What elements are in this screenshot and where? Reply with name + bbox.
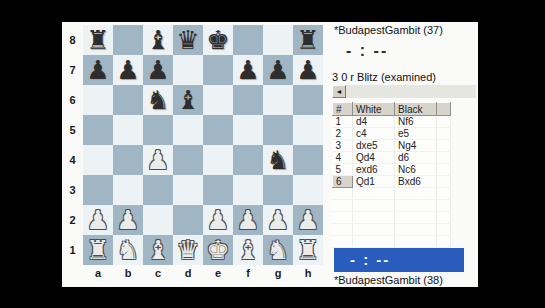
move-cell-empty — [395, 212, 437, 224]
file-label-f: f — [233, 265, 263, 284]
rank-label-1: 1 — [62, 235, 83, 265]
square-c5[interactable] — [143, 115, 173, 145]
file-label-e: e — [203, 265, 233, 284]
move-cell-empty — [437, 188, 451, 200]
square-g2[interactable]: ♟ — [263, 205, 293, 235]
square-b5[interactable] — [113, 115, 143, 145]
square-d8[interactable]: ♛ — [173, 25, 203, 55]
move-cell-empty — [333, 200, 353, 212]
move-cell-empty — [437, 212, 451, 224]
file-label-g: g — [263, 265, 293, 284]
move-row-6[interactable]: 6Qd1Bxd6 — [333, 176, 451, 188]
move-cell-extra — [437, 116, 451, 128]
move-cell-extra — [437, 128, 451, 140]
move-cell-empty — [333, 236, 353, 248]
move-cell-extra — [437, 140, 451, 152]
white-pawn: ♟ — [146, 145, 169, 175]
chess-app-window: 87654321 ♜♝♛♚♜♟♟♟♟♟♟♞♝♟♞♟♟♟♟♟♟♜♞♝♛♚♝♞♜ a… — [62, 22, 478, 287]
move-cell-black[interactable]: e5 — [395, 128, 437, 140]
square-h8[interactable]: ♜ — [293, 25, 323, 55]
black-pawn: ♟ — [236, 55, 259, 85]
file-label-h: h — [293, 265, 323, 284]
black-knight: ♞ — [146, 85, 169, 115]
game-title-bottom: *BudapestGambit (38) — [334, 274, 443, 286]
move-cell-black[interactable]: Bxd6 — [395, 176, 437, 188]
move-cell-empty — [395, 200, 437, 212]
black-pawn: ♟ — [146, 55, 169, 85]
square-g6[interactable] — [263, 85, 293, 115]
move-cell-white[interactable]: dxe5 — [353, 140, 395, 152]
black-pawn: ♟ — [86, 55, 109, 85]
move-cell-num[interactable]: 4 — [333, 152, 353, 164]
rank-label-2: 2 — [62, 205, 83, 235]
white-rook: ♜ — [86, 235, 109, 265]
move-cell-white[interactable]: exd6 — [353, 164, 395, 176]
square-d2[interactable] — [173, 205, 203, 235]
move-cell-white[interactable]: Qd4 — [353, 152, 395, 164]
rank-label-7: 7 — [62, 55, 83, 85]
move-cell-black[interactable]: Ng4 — [395, 140, 437, 152]
white-pawn: ♟ — [116, 205, 139, 235]
column-header-white[interactable]: White — [353, 103, 395, 116]
move-cell-white[interactable]: Qd1 — [353, 176, 395, 188]
move-scrollbar[interactable]: ◄ — [332, 85, 476, 98]
move-row-empty — [333, 188, 451, 200]
square-a7[interactable]: ♟ — [83, 55, 113, 85]
square-f3[interactable] — [233, 175, 263, 205]
move-cell-empty — [395, 236, 437, 248]
square-e6[interactable] — [203, 85, 233, 115]
move-cell-num[interactable]: 6 — [333, 176, 353, 188]
file-labels: abcdefgh — [83, 265, 323, 284]
move-row-empty — [333, 224, 451, 236]
video-frame: 87654321 ♜♝♛♚♜♟♟♟♟♟♟♞♝♟♞♟♟♟♟♟♟♜♞♝♛♚♝♞♜ a… — [0, 0, 545, 308]
square-c3[interactable] — [143, 175, 173, 205]
black-clock: - : -- — [346, 42, 388, 60]
square-b4[interactable] — [113, 145, 143, 175]
move-cell-empty — [333, 224, 353, 236]
black-pawn: ♟ — [266, 55, 289, 85]
file-label-b: b — [113, 265, 143, 284]
square-d1[interactable]: ♛ — [173, 235, 203, 265]
move-cell-black[interactable]: Nf6 — [395, 116, 437, 128]
move-cell-white[interactable]: d4 — [353, 116, 395, 128]
move-cell-white[interactable]: c4 — [353, 128, 395, 140]
white-queen: ♛ — [176, 235, 199, 265]
white-rook: ♜ — [296, 235, 319, 265]
black-rook: ♜ — [296, 25, 319, 55]
rank-label-5: 5 — [62, 115, 83, 145]
move-cell-empty — [395, 188, 437, 200]
move-cell-empty — [353, 188, 395, 200]
white-bishop: ♝ — [236, 235, 259, 265]
square-f6[interactable] — [233, 85, 263, 115]
square-g4[interactable]: ♞ — [263, 145, 293, 175]
square-b8[interactable] — [113, 25, 143, 55]
square-g7[interactable]: ♟ — [263, 55, 293, 85]
black-pawn: ♟ — [296, 55, 319, 85]
square-f4[interactable] — [233, 145, 263, 175]
move-row-empty — [333, 236, 451, 248]
square-f1[interactable]: ♝ — [233, 235, 263, 265]
square-a5[interactable] — [83, 115, 113, 145]
square-g5[interactable] — [263, 115, 293, 145]
square-d3[interactable] — [173, 175, 203, 205]
square-e2[interactable]: ♟ — [203, 205, 233, 235]
square-e8[interactable]: ♚ — [203, 25, 233, 55]
move-cell-empty — [437, 200, 451, 212]
move-cell-extra — [437, 152, 451, 164]
move-list-table: #WhiteBlack 1d4Nf62c4e53dxe5Ng44Qd4d65ex… — [332, 102, 451, 260]
rank-labels: 87654321 — [62, 25, 83, 265]
square-e5[interactable] — [203, 115, 233, 145]
move-cell-empty — [437, 224, 451, 236]
rank-label-4: 4 — [62, 145, 83, 175]
file-label-d: d — [173, 265, 203, 284]
square-f2[interactable]: ♟ — [233, 205, 263, 235]
column-header-extra — [437, 103, 451, 116]
white-knight: ♞ — [116, 235, 139, 265]
white-king: ♚ — [206, 235, 229, 265]
square-h2[interactable]: ♟ — [293, 205, 323, 235]
square-e7[interactable] — [203, 55, 233, 85]
square-h6[interactable] — [293, 85, 323, 115]
square-c6[interactable]: ♞ — [143, 85, 173, 115]
square-a6[interactable] — [83, 85, 113, 115]
square-b2[interactable]: ♟ — [113, 205, 143, 235]
square-d6[interactable]: ♝ — [173, 85, 203, 115]
square-b1[interactable]: ♞ — [113, 235, 143, 265]
square-a4[interactable] — [83, 145, 113, 175]
square-b6[interactable] — [113, 85, 143, 115]
square-f5[interactable] — [233, 115, 263, 145]
square-e1[interactable]: ♚ — [203, 235, 233, 265]
column-header-num[interactable]: # — [333, 103, 353, 116]
rank-label-3: 3 — [62, 175, 83, 205]
square-c7[interactable]: ♟ — [143, 55, 173, 85]
square-a1[interactable]: ♜ — [83, 235, 113, 265]
black-king: ♚ — [206, 25, 229, 55]
white-pawn: ♟ — [236, 205, 259, 235]
move-row-4[interactable]: 4Qd4d6 — [333, 152, 451, 164]
square-g3[interactable] — [263, 175, 293, 205]
move-row-5[interactable]: 5exd6Nc6 — [333, 164, 451, 176]
square-f8[interactable] — [233, 25, 263, 55]
black-queen: ♛ — [176, 25, 199, 55]
move-row-1[interactable]: 1d4Nf6 — [333, 116, 451, 128]
game-type-label: 3 0 r Blitz (examined) — [332, 71, 436, 83]
square-d5[interactable] — [173, 115, 203, 145]
black-bishop: ♝ — [176, 85, 199, 115]
rank-label-8: 8 — [62, 25, 83, 55]
move-cell-extra — [437, 176, 451, 188]
white-pawn: ♟ — [206, 205, 229, 235]
square-a2[interactable]: ♟ — [83, 205, 113, 235]
move-cell-black[interactable]: Nc6 — [395, 164, 437, 176]
white-pawn: ♟ — [266, 205, 289, 235]
move-cell-num[interactable]: 3 — [333, 140, 353, 152]
move-list-header: #WhiteBlack — [333, 103, 451, 116]
move-cell-empty — [353, 224, 395, 236]
square-h4[interactable] — [293, 145, 323, 175]
square-b3[interactable] — [113, 175, 143, 205]
move-cell-black[interactable]: d6 — [395, 152, 437, 164]
white-knight: ♞ — [266, 235, 289, 265]
move-cell-empty — [353, 200, 395, 212]
white-pawn: ♟ — [296, 205, 319, 235]
square-h5[interactable] — [293, 115, 323, 145]
move-cell-num[interactable]: 2 — [333, 128, 353, 140]
white-pawn: ♟ — [86, 205, 109, 235]
move-row-empty — [333, 212, 451, 224]
square-h1[interactable]: ♜ — [293, 235, 323, 265]
move-cell-empty — [395, 224, 437, 236]
game-title-top: *BudapestGambit (37) — [334, 24, 443, 36]
black-pawn: ♟ — [116, 55, 139, 85]
white-clock-active: - : -- — [334, 248, 464, 272]
white-bishop: ♝ — [146, 235, 169, 265]
square-b7[interactable]: ♟ — [113, 55, 143, 85]
move-cell-empty — [353, 236, 395, 248]
square-c4[interactable]: ♟ — [143, 145, 173, 175]
move-row-2[interactable]: 2c4e5 — [333, 128, 451, 140]
file-label-a: a — [83, 265, 113, 284]
move-row-empty — [333, 200, 451, 212]
column-header-black[interactable]: Black — [395, 103, 437, 116]
move-cell-num[interactable]: 5 — [333, 164, 353, 176]
square-c2[interactable] — [143, 205, 173, 235]
rank-label-6: 6 — [62, 85, 83, 115]
move-cell-empty — [353, 212, 395, 224]
square-e4[interactable] — [203, 145, 233, 175]
black-knight: ♞ — [266, 145, 289, 175]
square-c1[interactable]: ♝ — [143, 235, 173, 265]
square-d4[interactable] — [173, 145, 203, 175]
square-a3[interactable] — [83, 175, 113, 205]
square-g8[interactable] — [263, 25, 293, 55]
game-info-panel: *BudapestGambit (37) - : -- 3 0 r Blitz … — [330, 22, 478, 287]
square-c8[interactable]: ♝ — [143, 25, 173, 55]
move-row-3[interactable]: 3dxe5Ng4 — [333, 140, 451, 152]
move-cell-num[interactable]: 1 — [333, 116, 353, 128]
move-cell-extra — [437, 164, 451, 176]
move-cell-empty — [333, 188, 353, 200]
square-a8[interactable]: ♜ — [83, 25, 113, 55]
move-list-body: 1d4Nf62c4e53dxe5Ng44Qd4d65exd6Nc66Qd1Bxd… — [333, 116, 451, 260]
black-bishop: ♝ — [146, 25, 169, 55]
square-g1[interactable]: ♞ — [263, 235, 293, 265]
scroll-left-button[interactable]: ◄ — [332, 85, 346, 98]
square-h3[interactable] — [293, 175, 323, 205]
board-panel: 87654321 ♜♝♛♚♜♟♟♟♟♟♟♞♝♟♞♟♟♟♟♟♟♜♞♝♛♚♝♞♜ a… — [62, 22, 330, 287]
chess-board: ♜♝♛♚♜♟♟♟♟♟♟♞♝♟♞♟♟♟♟♟♟♜♞♝♛♚♝♞♜ — [83, 25, 323, 265]
square-h7[interactable]: ♟ — [293, 55, 323, 85]
square-e3[interactable] — [203, 175, 233, 205]
move-cell-empty — [437, 236, 451, 248]
square-d7[interactable] — [173, 55, 203, 85]
file-label-c: c — [143, 265, 173, 284]
black-rook: ♜ — [86, 25, 109, 55]
move-cell-empty — [333, 212, 353, 224]
square-f7[interactable]: ♟ — [233, 55, 263, 85]
